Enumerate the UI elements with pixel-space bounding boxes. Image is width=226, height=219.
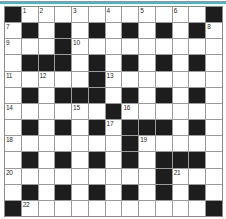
white-cell[interactable]	[55, 7, 71, 22]
white-cell[interactable]	[173, 136, 189, 151]
white-cell[interactable]	[89, 7, 105, 22]
clue-number: 3	[73, 7, 76, 15]
white-cell[interactable]	[206, 39, 222, 54]
black-cell	[55, 120, 71, 135]
black-cell	[106, 104, 122, 119]
white-cell[interactable]: 17	[106, 120, 122, 135]
white-cell[interactable]	[156, 201, 172, 216]
white-cell[interactable]	[39, 23, 55, 38]
black-cell	[55, 39, 71, 54]
black-cell	[122, 152, 138, 167]
black-cell	[189, 55, 205, 70]
top-accent-bar	[0, 1, 226, 4]
white-cell[interactable]: 15	[72, 104, 88, 119]
white-cell[interactable]	[173, 39, 189, 54]
white-cell[interactable]: 18	[5, 136, 21, 151]
black-cell	[89, 88, 105, 103]
clue-number: 6	[174, 7, 177, 15]
white-cell[interactable]	[22, 136, 38, 151]
black-cell	[5, 7, 21, 22]
white-cell[interactable]	[72, 201, 88, 216]
black-cell	[89, 55, 105, 70]
white-cell[interactable]	[72, 169, 88, 184]
white-cell[interactable]	[39, 136, 55, 151]
white-cell[interactable]	[5, 185, 21, 200]
white-cell[interactable]: 5	[139, 7, 155, 22]
white-cell[interactable]	[156, 39, 172, 54]
white-cell[interactable]	[173, 104, 189, 119]
black-cell	[189, 152, 205, 167]
white-cell[interactable]	[89, 201, 105, 216]
white-cell[interactable]	[189, 39, 205, 54]
white-cell[interactable]	[122, 201, 138, 216]
white-cell[interactable]	[89, 104, 105, 119]
white-cell[interactable]	[189, 136, 205, 151]
white-cell[interactable]	[39, 185, 55, 200]
white-cell[interactable]	[39, 169, 55, 184]
black-cell	[156, 55, 172, 70]
black-cell	[156, 120, 172, 135]
white-cell[interactable]	[206, 152, 222, 167]
black-cell	[22, 152, 38, 167]
white-cell[interactable]: 10	[72, 39, 88, 54]
black-cell	[139, 120, 155, 135]
white-cell[interactable]	[189, 7, 205, 22]
black-cell	[189, 120, 205, 135]
white-cell[interactable]	[156, 104, 172, 119]
white-cell[interactable]	[72, 152, 88, 167]
black-cell	[89, 185, 105, 200]
white-cell[interactable]	[106, 185, 122, 200]
white-cell[interactable]	[173, 185, 189, 200]
clue-number: 4	[107, 7, 110, 15]
clue-number: 18	[6, 136, 13, 144]
white-cell[interactable]: 3	[72, 7, 88, 22]
white-cell[interactable]	[39, 201, 55, 216]
black-cell	[189, 88, 205, 103]
clue-number: 22	[23, 201, 30, 209]
black-cell	[189, 185, 205, 200]
black-cell	[55, 88, 71, 103]
white-cell[interactable]: 6	[173, 7, 189, 22]
white-cell[interactable]	[139, 72, 155, 87]
white-cell[interactable]	[189, 201, 205, 216]
black-cell	[39, 55, 55, 70]
white-cell[interactable]	[106, 39, 122, 54]
black-cell	[55, 23, 71, 38]
black-cell	[122, 23, 138, 38]
white-cell[interactable]	[39, 152, 55, 167]
clue-number: 15	[73, 104, 80, 112]
white-cell[interactable]	[139, 152, 155, 167]
white-cell[interactable]	[206, 55, 222, 70]
clue-number: 2	[40, 7, 43, 15]
white-cell[interactable]	[72, 136, 88, 151]
white-cell[interactable]: 14	[5, 104, 21, 119]
white-cell[interactable]: 11	[5, 72, 21, 87]
black-cell	[22, 23, 38, 38]
white-cell[interactable]: 8	[206, 23, 222, 38]
white-cell[interactable]: 20	[5, 169, 21, 184]
black-cell	[122, 185, 138, 200]
white-cell[interactable]: 16	[122, 104, 138, 119]
white-cell[interactable]	[156, 72, 172, 87]
white-cell[interactable]: 12	[39, 72, 55, 87]
clue-number: 7	[6, 23, 9, 31]
white-cell[interactable]	[156, 7, 172, 22]
clue-number: 21	[174, 169, 181, 177]
black-cell	[122, 88, 138, 103]
white-cell[interactable]	[5, 120, 21, 135]
clue-number: 13	[107, 72, 114, 80]
clue-number: 5	[140, 7, 143, 15]
clue-number: 9	[6, 39, 9, 47]
black-cell	[156, 169, 172, 184]
clue-number: 11	[6, 72, 12, 80]
white-cell[interactable]	[39, 120, 55, 135]
white-cell[interactable]	[106, 201, 122, 216]
white-cell[interactable]	[122, 7, 138, 22]
white-cell[interactable]	[122, 39, 138, 54]
clue-number: 17	[107, 120, 114, 128]
black-cell	[156, 152, 172, 167]
black-cell	[55, 185, 71, 200]
white-cell[interactable]	[189, 104, 205, 119]
white-cell[interactable]	[55, 201, 71, 216]
black-cell	[156, 88, 172, 103]
black-cell	[89, 72, 105, 87]
white-cell[interactable]	[139, 169, 155, 184]
black-cell	[173, 152, 189, 167]
black-cell	[89, 23, 105, 38]
black-cell	[206, 7, 222, 22]
crossword-grid: 12345678910111213141516171819202122	[4, 6, 223, 217]
black-cell	[89, 120, 105, 135]
white-cell[interactable]	[106, 152, 122, 167]
white-cell[interactable]	[55, 169, 71, 184]
black-cell	[156, 185, 172, 200]
white-cell[interactable]	[72, 23, 88, 38]
white-cell[interactable]	[5, 55, 21, 70]
white-cell[interactable]: 4	[106, 7, 122, 22]
white-cell[interactable]	[55, 104, 71, 119]
white-cell[interactable]	[139, 55, 155, 70]
white-cell[interactable]	[106, 88, 122, 103]
black-cell	[55, 55, 71, 70]
white-cell[interactable]	[206, 88, 222, 103]
white-cell[interactable]: 22	[22, 201, 38, 216]
clue-number: 10	[73, 39, 80, 47]
white-cell[interactable]	[206, 120, 222, 135]
white-cell[interactable]	[173, 201, 189, 216]
white-cell[interactable]	[189, 72, 205, 87]
white-cell[interactable]	[206, 185, 222, 200]
black-cell	[122, 55, 138, 70]
black-cell	[72, 88, 88, 103]
clue-number: 12	[40, 72, 47, 80]
white-cell[interactable]	[206, 136, 222, 151]
white-cell[interactable]	[173, 55, 189, 70]
black-cell	[122, 136, 138, 151]
black-cell	[122, 120, 138, 135]
white-cell[interactable]	[106, 169, 122, 184]
white-cell[interactable]	[122, 72, 138, 87]
white-cell[interactable]	[72, 120, 88, 135]
white-cell[interactable]: 21	[173, 169, 189, 184]
clue-number: 19	[140, 136, 147, 144]
clue-number: 1	[23, 7, 26, 15]
white-cell[interactable]	[156, 136, 172, 151]
black-cell	[22, 185, 38, 200]
white-cell[interactable]	[139, 185, 155, 200]
white-cell[interactable]	[173, 88, 189, 103]
black-cell	[22, 120, 38, 135]
white-cell[interactable]: 9	[5, 39, 21, 54]
white-cell[interactable]	[139, 88, 155, 103]
clue-number: 8	[207, 23, 210, 31]
white-cell[interactable]: 1	[22, 7, 38, 22]
clue-number: 14	[6, 104, 13, 112]
white-cell[interactable]	[173, 23, 189, 38]
white-cell[interactable]	[5, 88, 21, 103]
white-cell[interactable]	[5, 152, 21, 167]
white-cell[interactable]: 19	[139, 136, 155, 151]
white-cell[interactable]	[89, 169, 105, 184]
black-cell	[22, 55, 38, 70]
white-cell[interactable]	[206, 104, 222, 119]
white-cell[interactable]	[206, 169, 222, 184]
black-cell	[189, 23, 205, 38]
white-cell[interactable]	[173, 72, 189, 87]
white-cell[interactable]: 2	[39, 7, 55, 22]
black-cell	[22, 88, 38, 103]
white-cell[interactable]	[72, 72, 88, 87]
clue-number: 16	[123, 104, 130, 112]
white-cell[interactable]	[55, 136, 71, 151]
white-cell[interactable]	[55, 72, 71, 87]
white-cell[interactable]	[139, 39, 155, 54]
white-cell[interactable]	[22, 104, 38, 119]
clue-number: 20	[6, 169, 13, 177]
white-cell[interactable]: 7	[5, 23, 21, 38]
white-cell[interactable]	[173, 120, 189, 135]
white-cell[interactable]	[22, 72, 38, 87]
white-cell[interactable]	[206, 72, 222, 87]
white-cell[interactable]	[72, 185, 88, 200]
white-cell[interactable]	[139, 201, 155, 216]
crossword-app: { "game": "crossword", "grid_size": { "r…	[0, 0, 226, 219]
white-cell[interactable]	[89, 136, 105, 151]
black-cell	[5, 201, 21, 216]
white-cell[interactable]	[189, 169, 205, 184]
white-cell[interactable]: 13	[106, 72, 122, 87]
white-cell[interactable]	[139, 23, 155, 38]
white-cell[interactable]	[106, 55, 122, 70]
white-cell[interactable]	[22, 39, 38, 54]
white-cell[interactable]	[39, 39, 55, 54]
white-cell[interactable]	[72, 55, 88, 70]
black-cell	[206, 201, 222, 216]
black-cell	[156, 23, 172, 38]
black-cell	[89, 152, 105, 167]
white-cell[interactable]	[122, 169, 138, 184]
white-cell[interactable]	[89, 39, 105, 54]
white-cell[interactable]	[106, 23, 122, 38]
white-cell[interactable]	[22, 169, 38, 184]
white-cell[interactable]	[39, 104, 55, 119]
white-cell[interactable]	[139, 104, 155, 119]
black-cell	[55, 152, 71, 167]
white-cell[interactable]	[39, 88, 55, 103]
white-cell[interactable]	[106, 136, 122, 151]
